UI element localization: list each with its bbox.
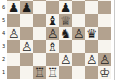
square-f2[interactable] [72,53,85,66]
piece-white-queen-e5: ♕ [60,15,71,27]
piece-white-pawn-g2: ♙ [86,54,97,66]
square-c4[interactable] [33,27,46,40]
rank-label-6: 6 [2,4,6,11]
piece-white-king-h1: ♔ [99,67,110,79]
rank-label-1: 1 [2,69,6,76]
square-g6[interactable] [85,1,98,14]
square-f5[interactable] [72,14,85,27]
chessboard: ♟♟♟♟♟♟♝♕♙♙♞♙♛♙♗♙♙♙♖♖♔ [7,0,111,79]
piece-white-pawn-e2: ♙ [60,54,71,66]
piece-black-knight-e4: ♞ [60,28,71,40]
piece-white-pawn-h2: ♙ [99,54,110,66]
piece-black-pawn-a6: ♟ [8,2,19,14]
square-c3[interactable] [33,40,46,53]
square-b5[interactable] [20,14,33,27]
piece-white-pawn-f4: ♙ [73,28,84,40]
square-a4[interactable]: ♙ [7,27,20,40]
square-g5[interactable] [85,14,98,27]
square-e6[interactable]: ♟ [59,1,72,14]
chessboard-viewport: ♟♟♟♟♟♟♝♕♙♙♞♙♛♙♗♙♙♙♖♖♔ 654321 [0,0,120,80]
rank-label-2: 2 [2,56,6,63]
square-c2[interactable] [33,53,46,66]
square-e5[interactable]: ♕ [59,14,72,27]
rank-label-3: 3 [2,43,6,50]
square-b6[interactable]: ♟ [20,1,33,14]
square-d6[interactable] [46,1,59,14]
square-c1[interactable]: ♖ [33,66,46,79]
square-a6[interactable]: ♟ [7,1,20,14]
square-h4[interactable] [98,27,111,40]
square-g1[interactable] [85,66,98,79]
square-g4[interactable]: ♛ [85,27,98,40]
square-c5[interactable] [33,14,46,27]
piece-white-rook-d1: ♖ [47,67,58,79]
square-b1[interactable] [20,66,33,79]
rank-label-5: 5 [2,17,6,24]
square-e3[interactable] [59,40,72,53]
square-f1[interactable] [72,66,85,79]
square-d5[interactable]: ♝ [46,14,59,27]
square-e1[interactable] [59,66,72,79]
square-h2[interactable]: ♙ [98,53,111,66]
piece-black-queen-g4: ♛ [86,28,97,40]
piece-white-rook-c1: ♖ [34,67,45,79]
square-f4[interactable]: ♙ [72,27,85,40]
square-h6[interactable] [98,1,111,14]
piece-white-pawn-d4: ♙ [47,28,58,40]
piece-white-bishop-d3: ♗ [47,41,58,53]
right-edge-line [114,0,115,80]
square-b3[interactable]: ♙ [20,40,33,53]
piece-white-pawn-a4: ♙ [8,28,19,40]
square-h3[interactable] [98,40,111,53]
square-d1[interactable]: ♖ [46,66,59,79]
square-f6[interactable] [72,1,85,14]
square-a2[interactable] [7,53,20,66]
square-b2[interactable] [20,53,33,66]
square-h5[interactable] [98,14,111,27]
square-c6[interactable] [33,1,46,14]
square-a1[interactable] [7,66,20,79]
square-h1[interactable]: ♔ [98,66,111,79]
piece-black-pawn-b6: ♟ [21,2,32,14]
piece-white-pawn-b3: ♙ [21,41,32,53]
square-a5[interactable] [7,14,20,27]
square-b4[interactable] [20,27,33,40]
square-e2[interactable]: ♙ [59,53,72,66]
square-e4[interactable]: ♞ [59,27,72,40]
square-d2[interactable] [46,53,59,66]
piece-black-pawn-e6: ♟ [60,2,71,14]
square-f3[interactable] [72,40,85,53]
piece-black-bishop-d5: ♝ [47,15,58,27]
square-a3[interactable] [7,40,20,53]
square-g2[interactable]: ♙ [85,53,98,66]
square-d4[interactable]: ♙ [46,27,59,40]
square-g3[interactable] [85,40,98,53]
rank-label-4: 4 [2,30,6,37]
square-d3[interactable]: ♗ [46,40,59,53]
